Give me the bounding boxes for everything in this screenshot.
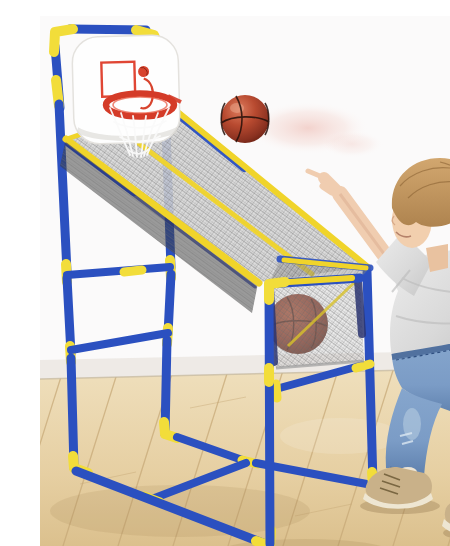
- scene-canvas: [40, 16, 450, 546]
- basketball-in-air: [221, 95, 269, 143]
- product-photo: A toddler boy with blond hair, grey t-sh…: [40, 16, 450, 546]
- ball-motion-blur-tail: [320, 130, 384, 158]
